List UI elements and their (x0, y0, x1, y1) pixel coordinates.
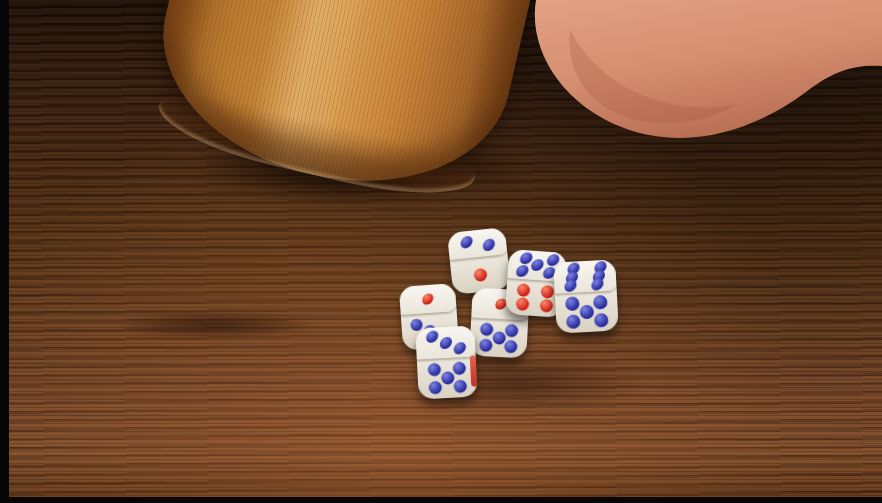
pip-blue (594, 313, 609, 328)
pip-blue (565, 297, 580, 312)
pip-blue (518, 252, 534, 265)
pip-red (517, 283, 531, 297)
pip-blue (529, 259, 545, 272)
pip-blue (453, 342, 467, 355)
pip-blue (438, 336, 452, 349)
pip-blue (579, 305, 594, 320)
pip-blue (479, 339, 493, 353)
pip-blue (505, 323, 519, 337)
dice-game-photo (0, 0, 882, 503)
die-4-front-face-5 (417, 357, 478, 400)
pip-blue (514, 264, 530, 277)
die-6 (553, 259, 619, 333)
pip-red (539, 299, 553, 313)
die-4 (415, 326, 478, 400)
die-3-front-face-5 (469, 317, 528, 358)
pip-blue (428, 381, 442, 395)
die-6-front-face-5 (555, 291, 619, 334)
pip-red (516, 297, 530, 311)
pip-blue (563, 279, 577, 292)
pip-blue (424, 331, 438, 344)
hand-holding-cup (510, 0, 882, 215)
wood-knot (120, 312, 310, 338)
pip-blue (566, 314, 581, 329)
letterbox-bottom (0, 497, 882, 503)
pip-blue (440, 371, 454, 385)
letterbox-left (0, 0, 9, 503)
pip-blue (481, 239, 494, 252)
pip-blue (593, 295, 608, 310)
pip-blue (480, 322, 494, 336)
pip-blue (460, 235, 473, 248)
pip-blue (427, 363, 441, 377)
pip-red (421, 293, 434, 305)
pip-blue (453, 362, 467, 376)
pip-red (473, 267, 487, 281)
pip-blue (454, 379, 468, 393)
die-4-top-face-3 (415, 326, 478, 361)
pip-red (540, 284, 554, 298)
pip-blue (410, 318, 423, 331)
pip-blue (504, 340, 518, 354)
pip-blue (590, 278, 604, 291)
die-6-top-face-6 (553, 259, 619, 294)
die-1 (447, 227, 511, 295)
pip-blue (492, 331, 506, 345)
